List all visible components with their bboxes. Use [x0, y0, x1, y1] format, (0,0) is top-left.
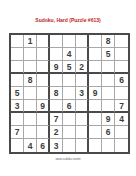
sudoku-cell-r1c6 — [76, 35, 89, 48]
sudoku-cell-r4c9: 6 — [115, 74, 128, 87]
sudoku-cell-r1c3 — [37, 35, 50, 48]
sudoku-cell-r7c7 — [89, 113, 102, 126]
sudoku-cell-r8c1: 7 — [11, 126, 24, 139]
sudoku-cell-r2c3 — [37, 48, 50, 61]
sudoku-page: Sudoku, Hard (Puzzle #613) 1845952865839… — [0, 0, 136, 176]
sudoku-cell-r8c4: 2 — [50, 126, 63, 139]
sudoku-cell-r9c9 — [115, 139, 128, 152]
sudoku-cell-r1c1 — [11, 35, 24, 48]
sudoku-cell-r2c8: 5 — [102, 48, 115, 61]
sudoku-cell-r8c9 — [115, 126, 128, 139]
page-title: Sudoku, Hard (Puzzle #613) — [0, 17, 136, 23]
sudoku-cell-r6c6 — [76, 100, 89, 113]
sudoku-cell-r3c5: 5 — [63, 61, 76, 74]
sudoku-cell-r2c4 — [50, 48, 63, 61]
sudoku-cell-r9c3: 6 — [37, 139, 50, 152]
sudoku-cell-r7c8: 9 — [102, 113, 115, 126]
sudoku-cell-r7c1 — [11, 113, 24, 126]
sudoku-cell-r2c2 — [24, 48, 37, 61]
sudoku-cell-r5c6: 3 — [76, 87, 89, 100]
sudoku-cell-r5c2 — [24, 87, 37, 100]
sudoku-cell-r4c7 — [89, 74, 102, 87]
sudoku-cell-r9c8 — [102, 139, 115, 152]
sudoku-cell-r9c7 — [89, 139, 102, 152]
sudoku-cell-r5c1: 5 — [11, 87, 24, 100]
sudoku-cell-r9c1 — [11, 139, 24, 152]
sudoku-grid: 18459528658393967794726463 — [9, 33, 130, 154]
sudoku-cell-r9c5 — [63, 139, 76, 152]
sudoku-cell-r8c8: 6 — [102, 126, 115, 139]
sudoku-cell-r8c5 — [63, 126, 76, 139]
sudoku-cell-r6c8 — [102, 100, 115, 113]
sudoku-cell-r3c9 — [115, 61, 128, 74]
sudoku-cell-r2c5: 4 — [63, 48, 76, 61]
sudoku-cell-r6c4 — [50, 100, 63, 113]
sudoku-cell-r1c5 — [63, 35, 76, 48]
footer-url: www.sudoku.name — [0, 157, 136, 161]
sudoku-cell-r8c2 — [24, 126, 37, 139]
sudoku-cell-r1c9 — [115, 35, 128, 48]
sudoku-cell-r2c7 — [89, 48, 102, 61]
sudoku-cell-r8c6 — [76, 126, 89, 139]
sudoku-cell-r3c2 — [24, 61, 37, 74]
sudoku-cell-r3c3 — [37, 61, 50, 74]
sudoku-cell-r6c7 — [89, 100, 102, 113]
sudoku-cell-r6c9: 7 — [115, 100, 128, 113]
sudoku-cell-r4c1 — [11, 74, 24, 87]
sudoku-cell-r5c9 — [115, 87, 128, 100]
sudoku-cell-r4c5 — [63, 74, 76, 87]
sudoku-cell-r3c4: 9 — [50, 61, 63, 74]
sudoku-cell-r4c3 — [37, 74, 50, 87]
sudoku-cell-r1c2: 1 — [24, 35, 37, 48]
sudoku-cell-r4c6 — [76, 74, 89, 87]
sudoku-cell-r2c9 — [115, 48, 128, 61]
sudoku-cell-r5c8 — [102, 87, 115, 100]
sudoku-cell-r8c3 — [37, 126, 50, 139]
sudoku-cell-r4c4 — [50, 74, 63, 87]
sudoku-cell-r6c5: 6 — [63, 100, 76, 113]
sudoku-cell-r9c6 — [76, 139, 89, 152]
sudoku-cell-r6c1: 3 — [11, 100, 24, 113]
sudoku-cell-r9c2: 4 — [24, 139, 37, 152]
sudoku-cell-r1c7 — [89, 35, 102, 48]
sudoku-cell-r1c8: 8 — [102, 35, 115, 48]
sudoku-cell-r5c7: 9 — [89, 87, 102, 100]
sudoku-cell-r6c2 — [24, 100, 37, 113]
sudoku-cell-r7c2 — [24, 113, 37, 126]
sudoku-cell-r8c7 — [89, 126, 102, 139]
sudoku-cell-r5c5 — [63, 87, 76, 100]
sudoku-cell-r7c4: 7 — [50, 113, 63, 126]
sudoku-cell-r3c6: 2 — [76, 61, 89, 74]
sudoku-cell-r3c8 — [102, 61, 115, 74]
sudoku-cell-r7c5 — [63, 113, 76, 126]
sudoku-cell-r3c7 — [89, 61, 102, 74]
sudoku-cell-r1c4 — [50, 35, 63, 48]
sudoku-cell-r2c6 — [76, 48, 89, 61]
sudoku-cell-r9c4: 3 — [50, 139, 63, 152]
sudoku-cell-r4c8 — [102, 74, 115, 87]
sudoku-cell-r2c1 — [11, 48, 24, 61]
sudoku-cell-r5c4: 8 — [50, 87, 63, 100]
sudoku-cell-r4c2: 8 — [24, 74, 37, 87]
sudoku-cell-r7c3 — [37, 113, 50, 126]
sudoku-cell-r3c1 — [11, 61, 24, 74]
sudoku-cell-r6c3: 9 — [37, 100, 50, 113]
sudoku-cell-r5c3 — [37, 87, 50, 100]
sudoku-cell-r7c9: 4 — [115, 113, 128, 126]
sudoku-cell-r7c6 — [76, 113, 89, 126]
